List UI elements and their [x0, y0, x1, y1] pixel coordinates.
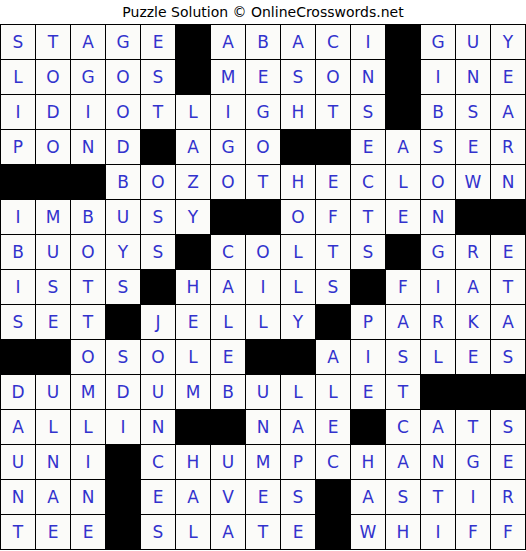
letter-cell: M [176, 375, 210, 409]
letter-cell: T [246, 165, 280, 199]
block-cell [1, 340, 35, 374]
letter-cell: D [1, 375, 35, 409]
letter-cell: S [281, 480, 315, 514]
letter-cell: E [36, 515, 70, 549]
letter-cell: F [316, 200, 350, 234]
letter-cell: B [71, 200, 105, 234]
letter-cell: H [386, 515, 420, 549]
letter-cell: S [491, 410, 525, 444]
letter-cell: U [106, 200, 140, 234]
block-cell [386, 60, 420, 94]
letter-cell: O [211, 165, 245, 199]
letter-cell: N [71, 480, 105, 514]
block-cell [106, 445, 140, 479]
letter-cell: L [281, 270, 315, 304]
letter-cell: N [36, 445, 70, 479]
letter-cell: T [71, 270, 105, 304]
letter-cell: O [71, 235, 105, 269]
letter-cell: H [176, 445, 210, 479]
letter-cell: R [421, 305, 455, 339]
letter-cell: B [246, 25, 280, 59]
letter-cell: I [1, 95, 35, 129]
letter-cell: E [71, 515, 105, 549]
letter-cell: S [386, 480, 420, 514]
letter-cell: A [281, 410, 315, 444]
letter-cell: H [176, 270, 210, 304]
letter-cell: O [106, 60, 140, 94]
letter-cell: I [211, 95, 245, 129]
letter-cell: N [351, 60, 385, 94]
letter-cell: E [281, 515, 315, 549]
crossword-grid: STAGEABACIGUYLOGOSMESONINEIDIOTLIGHTSBSA… [0, 24, 526, 550]
letter-cell: N [246, 410, 280, 444]
letter-cell: C [316, 445, 350, 479]
letter-cell: I [351, 25, 385, 59]
letter-cell: C [351, 165, 385, 199]
letter-cell: G [421, 25, 455, 59]
letter-cell: A [421, 410, 455, 444]
letter-cell: T [316, 95, 350, 129]
letter-cell: I [421, 270, 455, 304]
letter-cell: U [456, 25, 490, 59]
letter-cell: E [491, 445, 525, 479]
letter-cell: P [281, 445, 315, 479]
letter-cell: E [316, 410, 350, 444]
letter-cell: G [456, 445, 490, 479]
letter-cell: I [421, 60, 455, 94]
letter-cell: E [211, 340, 245, 374]
block-cell [106, 305, 140, 339]
letter-cell: A [176, 480, 210, 514]
letter-cell: O [246, 235, 280, 269]
letter-cell: D [106, 375, 140, 409]
letter-cell: U [36, 235, 70, 269]
block-cell [491, 200, 525, 234]
letter-cell: O [106, 95, 140, 129]
block-cell [176, 25, 210, 59]
letter-cell: S [141, 60, 175, 94]
letter-cell: T [456, 410, 490, 444]
letter-cell: R [456, 235, 490, 269]
letter-cell: A [211, 25, 245, 59]
letter-cell: E [456, 340, 490, 374]
block-cell [211, 200, 245, 234]
block-cell [281, 130, 315, 164]
letter-cell: F [386, 270, 420, 304]
letter-cell: Y [491, 25, 525, 59]
letter-cell: E [141, 25, 175, 59]
block-cell [176, 60, 210, 94]
letter-cell: O [281, 200, 315, 234]
letter-cell: C [316, 25, 350, 59]
letter-cell: E [491, 60, 525, 94]
letter-cell: S [281, 60, 315, 94]
letter-cell: C [211, 235, 245, 269]
puzzle-solution-page: Puzzle Solution © OnlineCrosswords.net S… [0, 0, 526, 551]
letter-cell: F [491, 515, 525, 549]
letter-cell: I [246, 270, 280, 304]
letter-cell: G [71, 60, 105, 94]
letter-cell: N [421, 445, 455, 479]
letter-cell: I [421, 515, 455, 549]
letter-cell: I [71, 445, 105, 479]
letter-cell: L [281, 375, 315, 409]
letter-cell: L [36, 410, 70, 444]
letter-cell: C [386, 410, 420, 444]
letter-cell: N [456, 60, 490, 94]
letter-cell: S [1, 25, 35, 59]
letter-cell: S [316, 270, 350, 304]
letter-cell: I [1, 270, 35, 304]
letter-cell: U [211, 445, 245, 479]
letter-cell: W [456, 165, 490, 199]
letter-cell: E [386, 200, 420, 234]
letter-cell: E [456, 130, 490, 164]
letter-cell: T [386, 375, 420, 409]
block-cell [176, 410, 210, 444]
block-cell [246, 340, 280, 374]
letter-cell: V [211, 480, 245, 514]
letter-cell: B [1, 235, 35, 269]
letter-cell: A [281, 25, 315, 59]
letter-cell: O [421, 165, 455, 199]
letter-cell: A [351, 480, 385, 514]
letter-cell: I [71, 95, 105, 129]
letter-cell: M [71, 375, 105, 409]
letter-cell: T [246, 515, 280, 549]
block-cell [1, 165, 35, 199]
letter-cell: A [386, 445, 420, 479]
letter-cell: L [176, 340, 210, 374]
letter-cell: S [141, 515, 175, 549]
letter-cell: S [106, 270, 140, 304]
letter-cell: O [36, 60, 70, 94]
letter-cell: U [1, 445, 35, 479]
letter-cell: F [456, 515, 490, 549]
letter-cell: E [351, 375, 385, 409]
letter-cell: A [71, 25, 105, 59]
letter-cell: A [491, 95, 525, 129]
block-cell [36, 340, 70, 374]
block-cell [386, 25, 420, 59]
letter-cell: A [176, 130, 210, 164]
letter-cell: U [246, 375, 280, 409]
letter-cell: E [36, 305, 70, 339]
letter-cell: N [1, 480, 35, 514]
block-cell [386, 95, 420, 129]
block-cell [316, 130, 350, 164]
letter-cell: A [211, 270, 245, 304]
letter-cell: R [491, 480, 525, 514]
letter-cell: Z [176, 165, 210, 199]
letter-cell: P [351, 305, 385, 339]
block-cell [246, 200, 280, 234]
letter-cell: I [1, 200, 35, 234]
letter-cell: G [106, 25, 140, 59]
letter-cell: G [246, 95, 280, 129]
letter-cell: O [246, 130, 280, 164]
block-cell [316, 515, 350, 549]
letter-cell: L [211, 305, 245, 339]
letter-cell: H [281, 165, 315, 199]
letter-cell: S [1, 305, 35, 339]
letter-cell: T [141, 95, 175, 129]
block-cell [281, 340, 315, 374]
block-cell [141, 270, 175, 304]
block-cell [211, 410, 245, 444]
letter-cell: E [176, 305, 210, 339]
letter-cell: I [351, 340, 385, 374]
letter-cell: S [386, 340, 420, 374]
letter-cell: M [246, 445, 280, 479]
letter-cell: I [456, 480, 490, 514]
letter-cell: A [491, 305, 525, 339]
block-cell [351, 270, 385, 304]
block-cell [421, 375, 455, 409]
letter-cell: C [141, 445, 175, 479]
letter-cell: S [491, 340, 525, 374]
letter-cell: A [386, 130, 420, 164]
letter-cell: A [316, 340, 350, 374]
letter-cell: T [1, 515, 35, 549]
letter-cell: E [141, 480, 175, 514]
letter-cell: U [141, 375, 175, 409]
letter-cell: E [316, 165, 350, 199]
letter-cell: W [351, 515, 385, 549]
letter-cell: A [36, 480, 70, 514]
page-title: Puzzle Solution © OnlineCrosswords.net [0, 0, 526, 24]
letter-cell: B [421, 95, 455, 129]
block-cell [316, 305, 350, 339]
letter-cell: E [351, 130, 385, 164]
letter-cell: S [351, 95, 385, 129]
letter-cell: S [141, 200, 175, 234]
block-cell [106, 480, 140, 514]
block-cell [71, 165, 105, 199]
letter-cell: A [456, 270, 490, 304]
block-cell [141, 130, 175, 164]
letter-cell: S [36, 270, 70, 304]
letter-cell: L [1, 60, 35, 94]
block-cell [36, 165, 70, 199]
letter-cell: T [36, 25, 70, 59]
letter-cell: S [141, 235, 175, 269]
letter-cell: O [141, 165, 175, 199]
letter-cell: T [351, 200, 385, 234]
letter-cell: N [421, 200, 455, 234]
block-cell [351, 410, 385, 444]
letter-cell: O [141, 340, 175, 374]
letter-cell: O [316, 60, 350, 94]
letter-cell: O [71, 340, 105, 374]
letter-cell: N [491, 165, 525, 199]
letter-cell: M [36, 200, 70, 234]
letter-cell: S [456, 95, 490, 129]
block-cell [176, 235, 210, 269]
letter-cell: B [211, 375, 245, 409]
letter-cell: M [211, 60, 245, 94]
letter-cell: D [36, 95, 70, 129]
letter-cell: N [71, 130, 105, 164]
letter-cell: R [491, 130, 525, 164]
letter-cell: E [246, 480, 280, 514]
letter-cell: O [36, 130, 70, 164]
letter-cell: J [141, 305, 175, 339]
letter-cell: Y [176, 200, 210, 234]
block-cell [386, 235, 420, 269]
letter-cell: E [491, 235, 525, 269]
letter-cell: T [316, 235, 350, 269]
letter-cell: K [456, 305, 490, 339]
letter-cell: U [36, 375, 70, 409]
block-cell [491, 375, 525, 409]
letter-cell: T [491, 270, 525, 304]
letter-cell: L [176, 95, 210, 129]
letter-cell: A [211, 515, 245, 549]
letter-cell: S [106, 340, 140, 374]
letter-cell: P [1, 130, 35, 164]
letter-cell: N [141, 410, 175, 444]
letter-cell: L [281, 235, 315, 269]
letter-cell: H [351, 445, 385, 479]
letter-cell: B [106, 165, 140, 199]
letter-cell: T [421, 480, 455, 514]
block-cell [316, 480, 350, 514]
letter-cell: S [351, 235, 385, 269]
letter-cell: L [176, 515, 210, 549]
letter-cell: E [246, 60, 280, 94]
letter-cell: A [386, 305, 420, 339]
block-cell [456, 375, 490, 409]
letter-cell: L [246, 305, 280, 339]
letter-cell: L [421, 340, 455, 374]
letter-cell: Y [281, 305, 315, 339]
block-cell [106, 515, 140, 549]
letter-cell: L [316, 375, 350, 409]
letter-cell: Y [106, 235, 140, 269]
letter-cell: G [211, 130, 245, 164]
letter-cell: D [106, 130, 140, 164]
letter-cell: T [71, 305, 105, 339]
letter-cell: A [1, 410, 35, 444]
letter-cell: L [386, 165, 420, 199]
letter-cell: L [71, 410, 105, 444]
block-cell [456, 200, 490, 234]
letter-cell: S [421, 130, 455, 164]
letter-cell: G [421, 235, 455, 269]
letter-cell: I [106, 410, 140, 444]
letter-cell: H [281, 95, 315, 129]
